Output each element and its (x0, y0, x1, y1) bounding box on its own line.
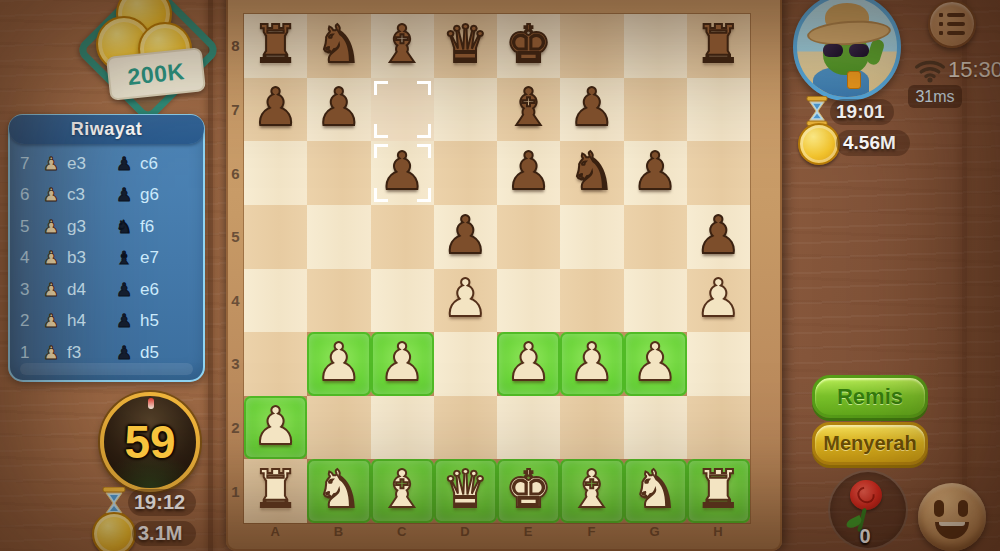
black-move: g6 (135, 185, 186, 205)
rank-label-7: 7 (228, 78, 243, 142)
square-e8[interactable]: ♚ (497, 14, 560, 78)
black-pawn-icon: ♟ (113, 281, 135, 299)
list-icon (939, 22, 965, 26)
white-pawn[interactable]: ♟ (632, 336, 679, 388)
rank-label-3: 3 (228, 332, 243, 396)
coin-icon (798, 123, 840, 165)
square-h8[interactable]: ♜ (687, 14, 750, 78)
wifi-icon (914, 58, 946, 84)
history-row-3: 3♟d4♟e6 (20, 274, 193, 306)
list-icon (939, 13, 965, 17)
file-label-d: D (434, 524, 497, 539)
player-coins: 3.1M (138, 522, 182, 545)
square-d2[interactable] (434, 396, 497, 460)
rank-label-5: 5 (228, 205, 243, 269)
white-knight[interactable]: ♞ (632, 463, 679, 515)
square-f6[interactable]: ♞ (560, 141, 623, 205)
white-pawn[interactable]: ♟ (505, 336, 552, 388)
white-move: d4 (62, 280, 113, 300)
rank-label-2: 2 (228, 396, 243, 460)
white-pawn-icon: ♟ (40, 281, 62, 299)
smiley-icon (935, 522, 969, 539)
square-e1[interactable]: ♚ (497, 459, 560, 523)
file-labels: ABCDEFGH (244, 524, 750, 539)
square-g7[interactable] (624, 78, 687, 142)
square-c5[interactable] (371, 205, 434, 269)
chess-board: 87654321 ♜♞♝♛♚♜♟♟♝♟♟♟♞♟♟♟♟♟♟♟♟♟♟♟♜♞♝♛♚♝♞… (226, 0, 782, 551)
black-pawn[interactable]: ♟ (505, 145, 552, 197)
square-b3[interactable]: ♟ (307, 332, 370, 396)
file-label-f: F (560, 524, 623, 539)
black-knight[interactable]: ♞ (316, 18, 363, 70)
black-pawn[interactable]: ♟ (632, 145, 679, 197)
white-move: e3 (62, 154, 113, 174)
move-number: 1 (20, 343, 40, 363)
smiley-icon (958, 500, 968, 517)
square-h7[interactable] (687, 78, 750, 142)
black-move: c6 (135, 154, 186, 174)
history-rows: 7♟e3♟c66♟c3♟g65♟g3♞f64♟b3♝e73♟d4♟e62♟h4♟… (10, 144, 203, 369)
square-e4[interactable] (497, 269, 560, 333)
smiley-icon (934, 500, 944, 517)
move-number: 3 (20, 280, 40, 300)
white-pawn-icon: ♟ (40, 249, 62, 267)
board-squares: ♜♞♝♛♚♜♟♟♝♟♟♟♞♟♟♟♟♟♟♟♟♟♟♟♜♞♝♛♚♝♞♜ (244, 14, 750, 523)
square-d5[interactable]: ♟ (434, 205, 497, 269)
square-b5[interactable] (307, 205, 370, 269)
square-e5[interactable] (497, 205, 560, 269)
square-c8[interactable]: ♝ (371, 14, 434, 78)
move-number: 4 (20, 248, 40, 268)
ping-badge: 31ms (908, 85, 962, 108)
white-rook[interactable]: ♜ (252, 463, 299, 515)
ping-value: 31ms (915, 88, 954, 106)
rose-count: 0 (830, 525, 900, 548)
black-move: e6 (135, 280, 186, 300)
stake-amount-badge: 200K (106, 47, 206, 101)
square-f2[interactable] (560, 396, 623, 460)
draw-button[interactable]: Remis (812, 375, 928, 418)
sunglasses-icon (823, 44, 869, 57)
history-title: Riwayat (71, 119, 143, 140)
file-label-h: H (687, 524, 750, 539)
square-h4[interactable]: ♟ (687, 269, 750, 333)
history-row-7: 7♟e3♟c6 (20, 148, 193, 180)
white-move: h4 (62, 311, 113, 331)
white-pawn-icon: ♟ (40, 218, 62, 236)
square-a5[interactable] (244, 205, 307, 269)
square-g2[interactable] (624, 396, 687, 460)
white-pawn[interactable]: ♟ (379, 336, 426, 388)
white-move: g3 (62, 217, 113, 237)
hourglass-icon (806, 96, 828, 126)
draw-button-label: Remis (837, 384, 903, 410)
black-bishop[interactable]: ♝ (505, 81, 552, 133)
square-f7[interactable]: ♟ (560, 78, 623, 142)
white-bishop[interactable]: ♝ (569, 463, 616, 515)
white-bishop[interactable]: ♝ (379, 463, 426, 515)
file-label-g: G (624, 524, 687, 539)
player-clock: 19:12 (134, 491, 185, 514)
square-f8[interactable] (560, 14, 623, 78)
square-g8[interactable] (624, 14, 687, 78)
white-king[interactable]: ♚ (505, 463, 552, 515)
square-c6[interactable]: ♟ (371, 141, 434, 205)
coin-icon (92, 512, 136, 551)
black-pawn-icon: ♟ (113, 344, 135, 362)
square-b6[interactable] (307, 141, 370, 205)
rank-label-1: 1 (228, 459, 243, 523)
history-row-2: 2♟h4♟h5 (20, 306, 193, 338)
file-label-a: A (244, 524, 307, 539)
square-a2[interactable]: ♟ (244, 396, 307, 460)
black-king[interactable]: ♚ (505, 18, 552, 70)
history-footer (20, 363, 193, 375)
black-knight[interactable]: ♞ (569, 145, 616, 197)
square-f3[interactable]: ♟ (560, 332, 623, 396)
white-move: f3 (62, 343, 113, 363)
square-a1[interactable]: ♜ (244, 459, 307, 523)
black-queen[interactable]: ♛ (442, 18, 489, 70)
rank-label-8: 8 (228, 14, 243, 78)
move-number: 6 (20, 185, 40, 205)
square-h2[interactable] (687, 396, 750, 460)
white-pawn[interactable]: ♟ (252, 400, 299, 452)
square-d6[interactable] (434, 141, 497, 205)
move-number: 2 (20, 311, 40, 331)
black-move: f6 (135, 217, 186, 237)
square-c4[interactable] (371, 269, 434, 333)
square-b7[interactable]: ♟ (307, 78, 370, 142)
square-c3[interactable]: ♟ (371, 332, 434, 396)
square-a3[interactable] (244, 332, 307, 396)
square-a4[interactable] (244, 269, 307, 333)
black-pawn-icon: ♟ (113, 312, 135, 330)
player-turn-timer: 59 (100, 392, 200, 492)
chess-game-screen: 87654321 ♜♞♝♛♚♜♟♟♝♟♟♟♞♟♟♟♟♟♟♟♟♟♟♟♜♞♝♛♚♝♞… (0, 0, 1000, 551)
black-pawn-icon: ♟ (113, 186, 135, 204)
square-a6[interactable] (244, 141, 307, 205)
square-f4[interactable] (560, 269, 623, 333)
file-label-b: B (307, 524, 370, 539)
history-row-4: 4♟b3♝e7 (20, 243, 193, 275)
black-pawn[interactable]: ♟ (695, 209, 742, 261)
history-row-5: 5♟g3♞f6 (20, 211, 193, 243)
square-h3[interactable] (687, 332, 750, 396)
rank-labels: 87654321 (228, 14, 243, 523)
square-b4[interactable] (307, 269, 370, 333)
square-b2[interactable] (307, 396, 370, 460)
avatar-art (847, 71, 861, 89)
history-row-6: 6♟c3♟g6 (20, 180, 193, 212)
file-label-e: E (497, 524, 560, 539)
white-move: c3 (62, 185, 113, 205)
square-d7[interactable] (434, 78, 497, 142)
square-h1[interactable]: ♜ (687, 459, 750, 523)
square-g3[interactable]: ♟ (624, 332, 687, 396)
square-a7[interactable]: ♟ (244, 78, 307, 142)
opponent-clock: 19:01 (836, 101, 885, 123)
white-rook[interactable]: ♜ (695, 463, 742, 515)
move-history-panel: Riwayat 7♟e3♟c66♟c3♟g65♟g3♞f64♟b3♝e73♟d4… (8, 114, 205, 382)
black-pawn-icon: ♟ (113, 155, 135, 173)
square-c2[interactable] (371, 396, 434, 460)
system-clock: 15:30 (948, 57, 1000, 83)
white-queen[interactable]: ♛ (442, 463, 489, 515)
black-rook[interactable]: ♜ (252, 18, 299, 70)
square-d4[interactable]: ♟ (434, 269, 497, 333)
white-pawn[interactable]: ♟ (695, 272, 742, 324)
rank-label-6: 6 (228, 141, 243, 205)
white-pawn-icon: ♟ (40, 344, 62, 362)
square-g5[interactable] (624, 205, 687, 269)
stake-amount: 200K (126, 58, 185, 91)
square-e2[interactable] (497, 396, 560, 460)
square-d1[interactable]: ♛ (434, 459, 497, 523)
square-f5[interactable] (560, 205, 623, 269)
black-bishop[interactable]: ♝ (379, 18, 426, 70)
resign-button-label: Menyerah (823, 432, 916, 455)
black-move: d5 (135, 343, 186, 363)
square-f1[interactable]: ♝ (560, 459, 623, 523)
menu-button[interactable] (928, 0, 976, 48)
rank-label-4: 4 (228, 269, 243, 333)
square-g6[interactable]: ♟ (624, 141, 687, 205)
opponent-coins: 4.56M (843, 132, 896, 154)
square-g4[interactable] (624, 269, 687, 333)
square-e3[interactable]: ♟ (497, 332, 560, 396)
square-e6[interactable]: ♟ (497, 141, 560, 205)
square-g1[interactable]: ♞ (624, 459, 687, 523)
white-pawn[interactable]: ♟ (316, 336, 363, 388)
file-label-c: C (371, 524, 434, 539)
move-number: 7 (20, 154, 40, 174)
square-h6[interactable] (687, 141, 750, 205)
square-h5[interactable]: ♟ (687, 205, 750, 269)
black-move: e7 (135, 248, 186, 268)
opponent-avatar[interactable] (793, 0, 901, 101)
move-number: 5 (20, 217, 40, 237)
black-pawn[interactable]: ♟ (379, 145, 426, 197)
turn-countdown: 59 (124, 415, 175, 469)
history-header: Riwayat (9, 115, 204, 144)
white-pawn-icon: ♟ (40, 312, 62, 330)
black-pawn[interactable]: ♟ (569, 81, 616, 133)
white-move: b3 (62, 248, 113, 268)
emote-button[interactable] (918, 483, 986, 551)
black-knight-icon: ♞ (113, 218, 135, 236)
rose-gift-button[interactable]: 0 (828, 470, 908, 550)
square-d3[interactable] (434, 332, 497, 396)
square-a8[interactable]: ♜ (244, 14, 307, 78)
square-c1[interactable]: ♝ (371, 459, 434, 523)
square-d8[interactable]: ♛ (434, 14, 497, 78)
white-knight[interactable]: ♞ (316, 463, 363, 515)
list-icon (939, 31, 965, 35)
black-pawn[interactable]: ♟ (442, 209, 489, 261)
square-c7[interactable] (371, 78, 434, 142)
wood-seam (208, 0, 213, 551)
last-move-marker (371, 78, 434, 142)
white-pawn-icon: ♟ (40, 155, 62, 173)
square-b8[interactable]: ♞ (307, 14, 370, 78)
black-pawn[interactable]: ♟ (316, 81, 363, 133)
black-pawn[interactable]: ♟ (252, 81, 299, 133)
black-move: h5 (135, 311, 186, 331)
white-pawn-icon: ♟ (40, 186, 62, 204)
white-pawn[interactable]: ♟ (569, 336, 616, 388)
white-pawn[interactable]: ♟ (442, 272, 489, 324)
square-e7[interactable]: ♝ (497, 78, 560, 142)
square-b1[interactable]: ♞ (307, 459, 370, 523)
rose-icon (850, 480, 882, 510)
black-bishop-icon: ♝ (113, 249, 135, 267)
black-rook[interactable]: ♜ (695, 18, 742, 70)
resign-button[interactable]: Menyerah (812, 422, 928, 465)
